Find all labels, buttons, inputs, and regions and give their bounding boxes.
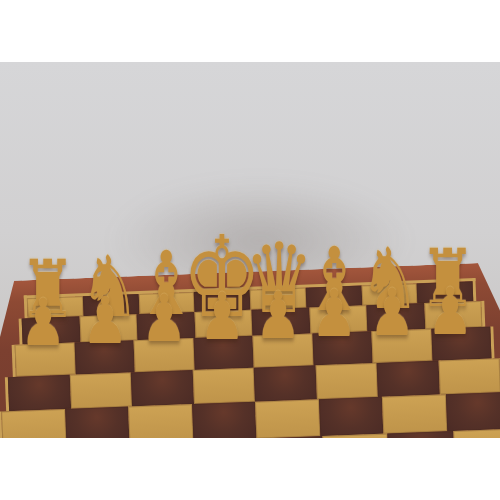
square-a5	[445, 392, 500, 431]
square-h5	[1, 409, 66, 438]
square-f4	[131, 370, 194, 406]
square-c5	[318, 397, 383, 436]
square-d4	[254, 365, 317, 401]
piece-white-pawn-d2: ♟	[255, 283, 302, 348]
square-c4	[315, 363, 378, 399]
photo-frame-top	[0, 0, 500, 62]
square-b4	[377, 361, 440, 397]
square-a6	[453, 429, 500, 438]
square-g4	[69, 372, 132, 408]
piece-white-pawn-e2: ♟	[199, 284, 246, 349]
piece-white-pawn-b2: ♟	[369, 280, 416, 345]
piece-white-pawn-h2: ♟	[20, 290, 67, 355]
square-a4	[438, 358, 500, 394]
piece-white-pawn-f2: ♟	[141, 286, 188, 351]
square-h4	[8, 375, 71, 411]
piece-white-pawn-c2: ♟	[311, 281, 358, 346]
photograph: ♜♞♝♚♛♝♞♜♟♟♟♟♟♟♟♟	[0, 62, 500, 438]
square-e5	[192, 402, 257, 438]
piece-white-pawn-g2: ♟	[82, 288, 129, 353]
square-g5	[65, 407, 130, 438]
square-d5	[255, 399, 320, 438]
square-e4	[192, 368, 255, 404]
piece-white-pawn-a2: ♟	[427, 279, 474, 344]
square-f5	[128, 404, 193, 438]
square-b5	[382, 394, 447, 433]
photo-frame-bottom	[0, 438, 500, 500]
